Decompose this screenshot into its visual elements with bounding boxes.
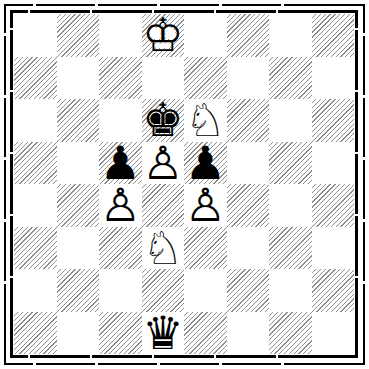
inner-frame-right — [355, 10, 358, 358]
square-d8[interactable]: ♚♔ — [142, 14, 185, 57]
inner-frame-left — [10, 10, 13, 358]
square-h4[interactable] — [312, 184, 355, 227]
square-b3[interactable] — [57, 227, 100, 270]
piece-outline: ♙ — [142, 136, 183, 190]
square-a4[interactable] — [14, 184, 57, 227]
square-a1[interactable] — [14, 312, 57, 355]
piece-white-knight: ♞♘ — [142, 225, 183, 271]
square-d1[interactable]: ♛ — [142, 312, 185, 355]
square-f5[interactable] — [227, 142, 270, 185]
square-b1[interactable] — [57, 312, 100, 355]
chess-board: ♚♔♚♞♘♟♟♙♟♟♙♟♙♞♘♛ — [14, 14, 354, 354]
square-h1[interactable] — [312, 312, 355, 355]
square-c7[interactable] — [99, 57, 142, 100]
square-c4[interactable]: ♟♙ — [99, 184, 142, 227]
outer-frame-top — [4, 4, 365, 6]
square-h7[interactable] — [312, 57, 355, 100]
square-a2[interactable] — [14, 269, 57, 312]
square-b6[interactable] — [57, 99, 100, 142]
square-c3[interactable] — [99, 227, 142, 270]
square-d3[interactable]: ♞♘ — [142, 227, 185, 270]
outer-frame-right — [363, 4, 365, 365]
square-f6[interactable] — [227, 99, 270, 142]
square-f8[interactable] — [227, 14, 270, 57]
outer-frame-bottom — [4, 363, 365, 365]
square-c1[interactable] — [99, 312, 142, 355]
piece-outline: ♘ — [142, 221, 183, 275]
square-b2[interactable] — [57, 269, 100, 312]
square-f4[interactable] — [227, 184, 270, 227]
square-e3[interactable] — [184, 227, 227, 270]
square-g4[interactable] — [269, 184, 312, 227]
square-g1[interactable] — [269, 312, 312, 355]
chess-diagram: ♚♔♚♞♘♟♟♙♟♟♙♟♙♞♘♛ — [0, 0, 369, 369]
inner-frame-bottom — [10, 355, 358, 358]
square-h6[interactable] — [312, 99, 355, 142]
square-h8[interactable] — [312, 14, 355, 57]
square-h5[interactable] — [312, 142, 355, 185]
square-h3[interactable] — [312, 227, 355, 270]
piece-white-pawn: ♟♙ — [100, 182, 141, 228]
square-g3[interactable] — [269, 227, 312, 270]
square-e2[interactable] — [184, 269, 227, 312]
square-a7[interactable] — [14, 57, 57, 100]
piece-glyph: ♛ — [142, 306, 183, 360]
square-h2[interactable] — [312, 269, 355, 312]
piece-outline: ♙ — [100, 178, 141, 232]
square-e1[interactable] — [184, 312, 227, 355]
square-c2[interactable] — [99, 269, 142, 312]
square-f1[interactable] — [227, 312, 270, 355]
piece-white-pawn: ♟♙ — [185, 182, 226, 228]
piece-white-king: ♚♔ — [142, 12, 183, 58]
square-d5[interactable]: ♟♙ — [142, 142, 185, 185]
square-b5[interactable] — [57, 142, 100, 185]
square-b8[interactable] — [57, 14, 100, 57]
square-c8[interactable] — [99, 14, 142, 57]
square-f3[interactable] — [227, 227, 270, 270]
inner-frame-top — [10, 10, 358, 13]
piece-black-queen: ♛ — [142, 310, 183, 356]
square-g5[interactable] — [269, 142, 312, 185]
square-g2[interactable] — [269, 269, 312, 312]
piece-white-pawn: ♟♙ — [142, 140, 183, 186]
piece-outline: ♙ — [185, 178, 226, 232]
square-e8[interactable] — [184, 14, 227, 57]
square-e4[interactable]: ♟♙ — [184, 184, 227, 227]
square-a3[interactable] — [14, 227, 57, 270]
square-a8[interactable] — [14, 14, 57, 57]
square-g6[interactable] — [269, 99, 312, 142]
square-a6[interactable] — [14, 99, 57, 142]
square-g7[interactable] — [269, 57, 312, 100]
square-a5[interactable] — [14, 142, 57, 185]
outer-frame-left — [4, 4, 6, 365]
square-g8[interactable] — [269, 14, 312, 57]
square-f7[interactable] — [227, 57, 270, 100]
square-b4[interactable] — [57, 184, 100, 227]
square-b7[interactable] — [57, 57, 100, 100]
square-f2[interactable] — [227, 269, 270, 312]
piece-outline: ♔ — [142, 8, 183, 62]
